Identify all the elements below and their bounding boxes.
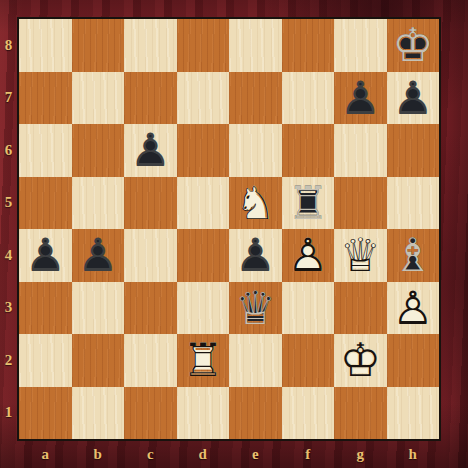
square-f4[interactable]: ♟♙ [282, 229, 335, 282]
square-c4[interactable] [124, 229, 177, 282]
black-pawn-c6-icon[interactable]: ♟♙ [124, 124, 177, 177]
square-c6[interactable]: ♟♙ [124, 124, 177, 177]
square-d6[interactable] [177, 124, 230, 177]
black-rook-f5-icon[interactable]: ♜♖ [282, 177, 335, 230]
white-rook-d2-icon[interactable]: ♜♖ [177, 334, 230, 387]
square-e5[interactable]: ♞♘ [229, 177, 282, 230]
file-label-e: e [229, 441, 282, 467]
black-pawn-e4-icon[interactable]: ♟♙ [229, 229, 282, 282]
queen-glyph-outline: ♕ [229, 282, 282, 335]
chess-board-frame: 87654321 ♚♔♟♙♟♙♟♙♞♘♜♖♟♙♟♙♟♙♟♙♛♕♝♗♛♕♟♙♜♖♚… [0, 0, 468, 468]
black-pawn-g7-icon[interactable]: ♟♙ [334, 72, 387, 125]
rank-labels: 87654321 [0, 19, 17, 439]
square-h3[interactable]: ♟♙ [387, 282, 440, 335]
white-knight-e5-icon[interactable]: ♞♘ [229, 177, 282, 230]
square-g3[interactable] [334, 282, 387, 335]
square-a2[interactable] [19, 334, 72, 387]
black-pawn-h7-icon[interactable]: ♟♙ [387, 72, 440, 125]
square-d2[interactable]: ♜♖ [177, 334, 230, 387]
square-h1[interactable] [387, 387, 440, 440]
white-queen-g4-icon[interactable]: ♛♕ [334, 229, 387, 282]
pawn-glyph-outline: ♙ [387, 282, 440, 335]
square-d3[interactable] [177, 282, 230, 335]
white-pawn-h3-icon[interactable]: ♟♙ [387, 282, 440, 335]
square-a7[interactable] [19, 72, 72, 125]
square-f3[interactable] [282, 282, 335, 335]
square-f7[interactable] [282, 72, 335, 125]
white-king-g2-icon[interactable]: ♚♔ [334, 334, 387, 387]
square-g7[interactable]: ♟♙ [334, 72, 387, 125]
rank-label-8: 8 [0, 19, 17, 72]
square-d1[interactable] [177, 387, 230, 440]
square-h2[interactable] [387, 334, 440, 387]
square-d7[interactable] [177, 72, 230, 125]
square-h4[interactable]: ♝♗ [387, 229, 440, 282]
rank-label-3: 3 [0, 282, 17, 335]
rank-label-5: 5 [0, 177, 17, 230]
square-b1[interactable] [72, 387, 125, 440]
rank-label-1: 1 [0, 387, 17, 440]
square-f8[interactable] [282, 19, 335, 72]
pawn-glyph-outline: ♙ [72, 229, 125, 282]
square-f2[interactable] [282, 334, 335, 387]
rank-label-6: 6 [0, 124, 17, 177]
square-g2[interactable]: ♚♔ [334, 334, 387, 387]
square-e1[interactable] [229, 387, 282, 440]
square-c5[interactable] [124, 177, 177, 230]
white-pawn-f4-icon[interactable]: ♟♙ [282, 229, 335, 282]
square-a3[interactable] [19, 282, 72, 335]
file-labels: abcdefgh [19, 441, 439, 467]
chess-board: ♚♔♟♙♟♙♟♙♞♘♜♖♟♙♟♙♟♙♟♙♛♕♝♗♛♕♟♙♜♖♚♔ [17, 17, 441, 441]
pawn-glyph-outline: ♙ [19, 229, 72, 282]
rook-glyph-outline: ♖ [282, 177, 335, 230]
pawn-glyph-outline: ♙ [124, 124, 177, 177]
file-label-f: f [282, 441, 335, 467]
black-queen-e3-icon[interactable]: ♛♕ [229, 282, 282, 335]
square-b2[interactable] [72, 334, 125, 387]
square-a8[interactable] [19, 19, 72, 72]
square-g6[interactable] [334, 124, 387, 177]
black-bishop-h4-icon[interactable]: ♝♗ [387, 229, 440, 282]
square-a1[interactable] [19, 387, 72, 440]
black-pawn-b4-icon[interactable]: ♟♙ [72, 229, 125, 282]
square-a4[interactable]: ♟♙ [19, 229, 72, 282]
square-c3[interactable] [124, 282, 177, 335]
black-king-h8-icon[interactable]: ♚♔ [387, 19, 440, 72]
square-d4[interactable] [177, 229, 230, 282]
king-glyph-outline: ♔ [334, 334, 387, 387]
pawn-glyph-outline: ♙ [334, 72, 387, 125]
square-b4[interactable]: ♟♙ [72, 229, 125, 282]
king-glyph-outline: ♔ [387, 19, 440, 72]
knight-glyph-outline: ♘ [229, 177, 282, 230]
square-e7[interactable] [229, 72, 282, 125]
square-b6[interactable] [72, 124, 125, 177]
square-g8[interactable] [334, 19, 387, 72]
square-c1[interactable] [124, 387, 177, 440]
square-f1[interactable] [282, 387, 335, 440]
square-f6[interactable] [282, 124, 335, 177]
file-label-b: b [72, 441, 125, 467]
pawn-glyph-outline: ♙ [282, 229, 335, 282]
rank-label-7: 7 [0, 72, 17, 125]
square-c8[interactable] [124, 19, 177, 72]
square-b3[interactable] [72, 282, 125, 335]
square-h5[interactable] [387, 177, 440, 230]
file-label-g: g [334, 441, 387, 467]
square-e8[interactable] [229, 19, 282, 72]
queen-glyph-outline: ♕ [334, 229, 387, 282]
square-e4[interactable]: ♟♙ [229, 229, 282, 282]
square-b5[interactable] [72, 177, 125, 230]
pawn-glyph-outline: ♙ [229, 229, 282, 282]
rank-label-2: 2 [0, 334, 17, 387]
square-g4[interactable]: ♛♕ [334, 229, 387, 282]
square-d8[interactable] [177, 19, 230, 72]
bishop-glyph-outline: ♗ [387, 229, 440, 282]
file-label-c: c [124, 441, 177, 467]
square-g1[interactable] [334, 387, 387, 440]
square-h6[interactable] [387, 124, 440, 177]
square-g5[interactable] [334, 177, 387, 230]
square-c2[interactable] [124, 334, 177, 387]
square-f5[interactable]: ♜♖ [282, 177, 335, 230]
rook-glyph-outline: ♖ [177, 334, 230, 387]
square-e3[interactable]: ♛♕ [229, 282, 282, 335]
file-label-a: a [19, 441, 72, 467]
black-pawn-a4-icon[interactable]: ♟♙ [19, 229, 72, 282]
square-d5[interactable] [177, 177, 230, 230]
square-c7[interactable] [124, 72, 177, 125]
square-b7[interactable] [72, 72, 125, 125]
square-a5[interactable] [19, 177, 72, 230]
square-h7[interactable]: ♟♙ [387, 72, 440, 125]
square-a6[interactable] [19, 124, 72, 177]
rank-label-4: 4 [0, 229, 17, 282]
file-label-d: d [177, 441, 230, 467]
square-e2[interactable] [229, 334, 282, 387]
square-b8[interactable] [72, 19, 125, 72]
square-h8[interactable]: ♚♔ [387, 19, 440, 72]
square-e6[interactable] [229, 124, 282, 177]
file-label-h: h [387, 441, 440, 467]
pawn-glyph-outline: ♙ [387, 72, 440, 125]
